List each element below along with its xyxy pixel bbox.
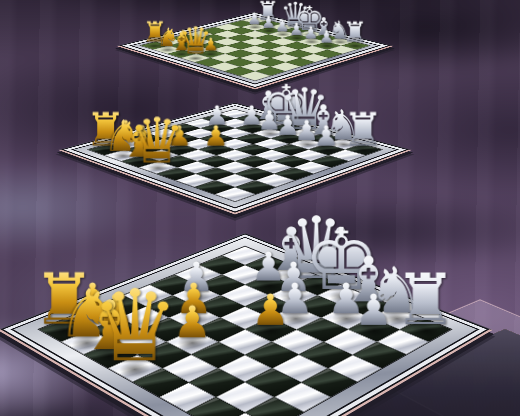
silver-rook[interactable]: ♜ <box>393 264 457 335</box>
chess-art-scene: ♜♛♚♝♞♜♟♟♟♟♟♟♟♟♟♜♞♝♛ ♝♚♛♝♞♜♟♟♟♟♟♟♟♟♟♟♜♞♝♛… <box>0 0 520 416</box>
gold-queen[interactable]: ♛ <box>90 277 179 376</box>
silver-pawn[interactable]: ♟ <box>261 14 276 30</box>
square-g5[interactable] <box>299 342 353 368</box>
gold-pawn[interactable]: ♟ <box>204 123 229 151</box>
silver-pawn[interactable]: ♟ <box>248 11 262 27</box>
silver-pawn[interactable]: ♟ <box>275 18 290 34</box>
silver-pawn[interactable]: ♟ <box>289 21 304 38</box>
gold-queen[interactable]: ♛ <box>178 22 212 59</box>
silver-rook[interactable]: ♜ <box>342 19 367 47</box>
square-h5[interactable] <box>293 161 332 174</box>
silver-pawn[interactable]: ♟ <box>304 25 319 42</box>
square-e5[interactable]: ♟ <box>245 317 297 341</box>
gold-pawn[interactable]: ♟ <box>251 289 290 332</box>
square-g6[interactable] <box>324 329 377 354</box>
square-h8[interactable]: ♜ <box>400 317 452 341</box>
silver-pawn[interactable]: ♟ <box>314 123 339 151</box>
silver-pawn[interactable]: ♟ <box>319 28 334 45</box>
square-h8[interactable]: ♜ <box>345 144 382 155</box>
silver-pawn[interactable]: ♟ <box>354 289 393 332</box>
silver-rook[interactable]: ♜ <box>343 106 384 152</box>
gold-queen[interactable]: ♛ <box>129 109 185 172</box>
square-h1[interactable] <box>214 187 255 201</box>
